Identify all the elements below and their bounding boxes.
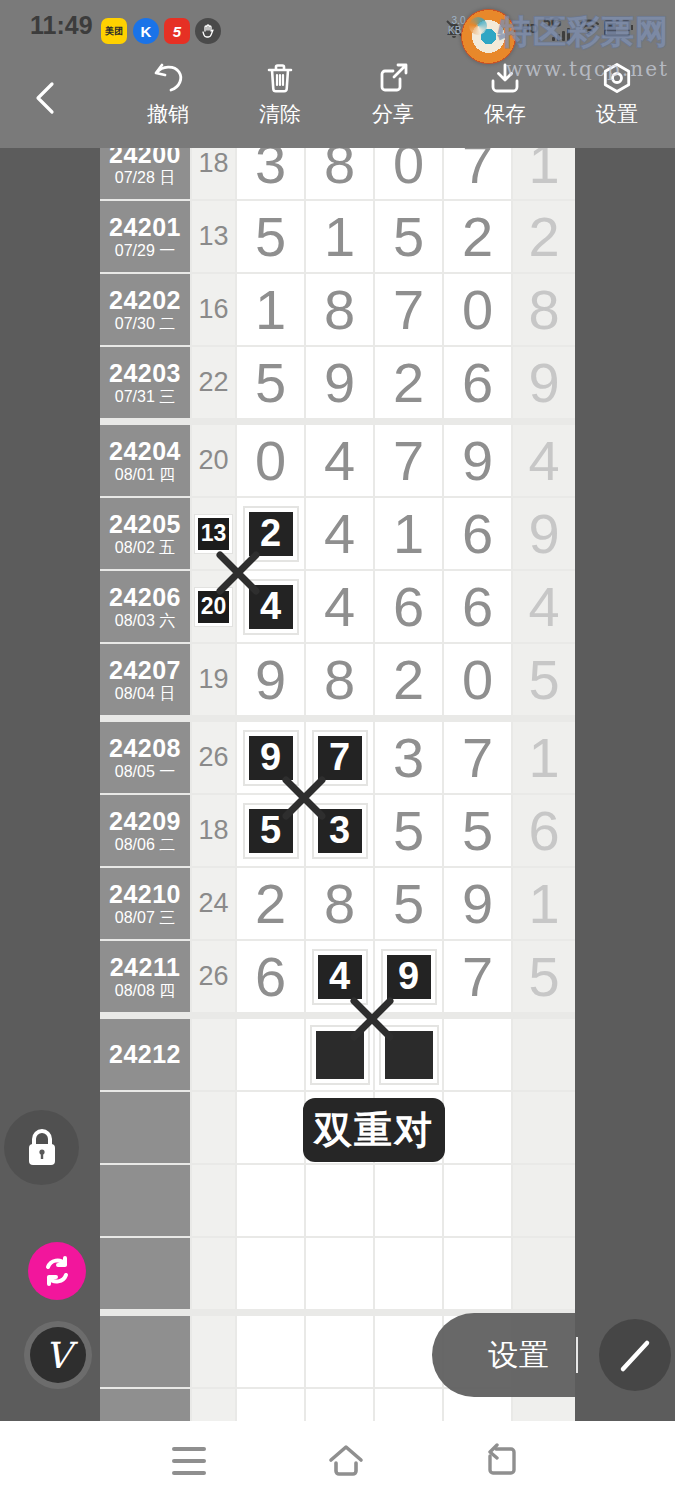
refresh-icon <box>40 1254 74 1288</box>
digit-cell <box>237 1238 304 1309</box>
recent-apps-button[interactable] <box>172 1443 212 1479</box>
chart-row-24205: 2420508/02 五1324169 <box>100 498 575 569</box>
back-nav-icon <box>484 1443 520 1479</box>
digit: 4 <box>324 428 355 493</box>
digit-cell: 9 <box>237 644 304 715</box>
chart-row-24207: 2420708/04 日1998205 <box>100 644 575 715</box>
sum-cell <box>192 1238 235 1309</box>
digit: 0 <box>255 428 286 493</box>
battery-icon <box>604 20 630 37</box>
digit-cell: 9 <box>444 868 511 939</box>
fifth-digit: 8 <box>528 277 559 342</box>
digit-cell: 5 <box>237 347 304 418</box>
fifth-digit-cell: 8 <box>513 274 575 345</box>
cross-annotation-49-squares <box>342 989 402 1049</box>
digit-cell: 0 <box>375 148 442 199</box>
digit-cell: 8 <box>306 644 373 715</box>
digit-cell: 7 <box>375 425 442 496</box>
digit-cell: 1 <box>237 274 304 345</box>
back-nav-button[interactable] <box>484 1443 524 1479</box>
digit: 5 <box>255 350 286 415</box>
draw-date: 08/01 四 <box>115 465 175 484</box>
home-button[interactable] <box>327 1443 367 1479</box>
period-number: 24212 <box>109 1041 181 1068</box>
digit-cell <box>444 1019 511 1090</box>
digit-cell <box>375 1165 442 1236</box>
digit-cell: 7 <box>444 722 511 793</box>
digit: 0 <box>393 148 424 196</box>
digit-cell: 9 <box>444 425 511 496</box>
period-number: 24204 <box>109 438 181 465</box>
sum-cell: 20 <box>192 425 235 496</box>
chart-row-24203: 2420307/31 三2259269 <box>100 347 575 418</box>
digit-cell: 2 <box>237 868 304 939</box>
fifth-digit-cell: 5 <box>513 941 575 1012</box>
fifth-digit-cell: 9 <box>513 347 575 418</box>
chart-row-24201: 2420107/29 一1351522 <box>100 201 575 272</box>
sum-cell <box>192 1092 235 1163</box>
digit: 8 <box>324 871 355 936</box>
share-icon <box>377 62 409 94</box>
clock: 11:49 <box>30 11 93 40</box>
sum-cell: 18 <box>192 148 235 199</box>
fifth-digit: 5 <box>528 647 559 712</box>
digit-cell: 8 <box>306 274 373 345</box>
row-label: 2420408/01 四 <box>100 425 190 496</box>
draw-date: 08/05 一 <box>115 762 175 781</box>
digit-cell <box>306 1238 373 1309</box>
chart-row-empty <box>100 1165 575 1236</box>
lottery-chart-canvas[interactable]: 2420007/28 日18380712420107/29 一135152224… <box>100 148 575 1421</box>
fifth-digit: 4 <box>528 428 559 493</box>
fifth-digit-cell <box>513 1092 575 1163</box>
digit-cell: 1 <box>375 498 442 569</box>
period-number: 24200 <box>109 148 181 168</box>
share-button[interactable]: 分享 <box>345 62 441 128</box>
digit-cell: 6 <box>444 571 511 642</box>
row-label: 24212 <box>100 1019 190 1090</box>
draw-date: 08/04 日 <box>115 684 175 703</box>
period-number: 24207 <box>109 657 181 684</box>
sum-cell <box>192 1165 235 1236</box>
chart-row-24200: 2420007/28 日1838071 <box>100 148 575 199</box>
period-number: 24206 <box>109 584 181 611</box>
k-app-icon: K <box>133 18 159 44</box>
chart-row-24211: 2421108/08 四2664975 <box>100 941 575 1012</box>
fifth-digit: 6 <box>528 798 559 863</box>
row-label <box>100 1238 190 1309</box>
digit: 4 <box>324 501 355 566</box>
fifth-digit: 1 <box>528 871 559 936</box>
digit-cell <box>237 1316 304 1387</box>
digit-cell: 2 <box>375 644 442 715</box>
digit-cell <box>237 1165 304 1236</box>
chart-row-24206: 2420608/03 六2044664 <box>100 571 575 642</box>
home-icon <box>327 1443 365 1479</box>
digit-cell: 5 <box>444 795 511 866</box>
digit-cell: 8 <box>306 148 373 199</box>
digit-cell: 0 <box>237 425 304 496</box>
row-label: 2421108/08 四 <box>100 941 190 1012</box>
row-label: 2420808/05 一 <box>100 722 190 793</box>
fifth-digit-cell: 9 <box>513 498 575 569</box>
fifth-digit-cell: 1 <box>513 148 575 199</box>
draw-date: 08/07 三 <box>115 908 175 927</box>
digit: 3 <box>255 148 286 196</box>
digit-cell: 6 <box>237 941 304 1012</box>
digit-cell: 1 <box>306 201 373 272</box>
fifth-digit-cell <box>513 1238 575 1309</box>
signal-strength-icon <box>552 28 570 41</box>
fifth-digit-cell: 6 <box>513 795 575 866</box>
chart-row-24210: 2421008/07 三2428591 <box>100 868 575 939</box>
digit-cell <box>375 1389 442 1421</box>
row-label: 2420708/04 日 <box>100 644 190 715</box>
draw-date: 07/28 日 <box>115 168 175 187</box>
undo-icon <box>152 62 184 94</box>
chart-row-24209: 2420908/06 二1853556 <box>100 795 575 866</box>
digit: 2 <box>393 350 424 415</box>
period-number: 24208 <box>109 735 181 762</box>
digit: 2 <box>393 647 424 712</box>
digit: 6 <box>462 574 493 639</box>
fifth-digit: 1 <box>528 725 559 790</box>
digit-cell: 2 <box>444 201 511 272</box>
clear-button[interactable]: 清除 <box>232 62 328 128</box>
sum-cell <box>192 1389 235 1421</box>
signature-pen-button[interactable]: V <box>24 1321 92 1389</box>
row-label: 2420908/06 二 <box>100 795 190 866</box>
digit: 0 <box>462 277 493 342</box>
row-label: 2420007/28 日 <box>100 148 190 199</box>
sum-cell: 24 <box>192 868 235 939</box>
chart-settings-pill: 设置 <box>432 1313 675 1397</box>
period-number: 24202 <box>109 287 181 314</box>
digit: 5 <box>255 204 286 269</box>
row-label: 2420107/29 一 <box>100 201 190 272</box>
digit-cell <box>306 1316 373 1387</box>
fifth-digit: 5 <box>528 944 559 1009</box>
wifi-icon <box>578 18 600 39</box>
digit: 6 <box>393 574 424 639</box>
digit-cell <box>375 1238 442 1309</box>
row-label <box>100 1316 190 1387</box>
row-label: 2420508/02 五 <box>100 498 190 569</box>
back-button[interactable] <box>28 80 64 116</box>
period-number: 24203 <box>109 360 181 387</box>
annotation-toolbar: 撤销 清除 分享 保存 设置 <box>0 46 675 148</box>
digit-cell: 6 <box>444 347 511 418</box>
digit-cell: 6 <box>444 498 511 569</box>
digit: 1 <box>393 501 424 566</box>
digit-cell: 3 <box>237 148 304 199</box>
draw-date: 07/29 一 <box>115 241 175 260</box>
download-icon <box>489 62 521 94</box>
digit-cell: 5 <box>375 201 442 272</box>
digit: 7 <box>462 148 493 196</box>
row-label <box>100 1389 190 1421</box>
fifth-digit-cell: 4 <box>513 571 575 642</box>
settings-icon <box>601 62 633 94</box>
digit: 8 <box>324 148 355 196</box>
save-button[interactable]: 保存 <box>457 62 553 128</box>
digit: 9 <box>255 647 286 712</box>
digit-cell: 7 <box>444 941 511 1012</box>
sum-cell: 26 <box>192 941 235 1012</box>
digit: 2 <box>462 204 493 269</box>
digit: 6 <box>462 350 493 415</box>
fifth-digit-cell: 4 <box>513 425 575 496</box>
fifth-digit: 4 <box>528 574 559 639</box>
digit-cell: 6 <box>375 571 442 642</box>
pill-divider <box>576 1337 578 1373</box>
fifth-digit: 9 <box>528 350 559 415</box>
digit-cell: 0 <box>444 274 511 345</box>
fifth-digit-cell <box>513 1019 575 1090</box>
sum-cell: 19 <box>192 644 235 715</box>
digit-cell: 4 <box>306 571 373 642</box>
fifth-digit: 9 <box>528 501 559 566</box>
digit: 1 <box>324 204 355 269</box>
digit: 8 <box>324 647 355 712</box>
row-label: 2421008/07 三 <box>100 868 190 939</box>
pair-annotation-label: 双重对 <box>303 1098 445 1162</box>
digit: 9 <box>462 871 493 936</box>
digit: 5 <box>462 798 493 863</box>
digit-cell: 3 <box>375 722 442 793</box>
digit: 4 <box>324 574 355 639</box>
digit: 9 <box>462 428 493 493</box>
digit: 7 <box>462 944 493 1009</box>
period-number: 24210 <box>109 881 181 908</box>
row-label <box>100 1092 190 1163</box>
period-number: 24201 <box>109 214 181 241</box>
row-label: 2420307/31 三 <box>100 347 190 418</box>
sum-cell <box>192 1019 235 1090</box>
digit: 5 <box>393 871 424 936</box>
cross-annotation-97-53 <box>274 768 334 828</box>
red-5-app-icon: 5 <box>164 18 190 44</box>
chart-row-24212: 24212 <box>100 1019 575 1090</box>
digit-cell <box>306 1389 373 1421</box>
draw-date: 07/30 二 <box>115 314 175 333</box>
digit-cell <box>237 1389 304 1421</box>
digit-cell: 7 <box>375 274 442 345</box>
digit-cell <box>444 1092 511 1163</box>
signature-v-icon: V <box>30 1327 86 1383</box>
draw-date: 08/03 六 <box>115 611 175 630</box>
row-label <box>100 1165 190 1236</box>
trash-icon <box>264 62 296 94</box>
fifth-digit-cell <box>513 1165 575 1236</box>
digit-cell: 0 <box>444 644 511 715</box>
refresh-button[interactable] <box>28 1242 86 1300</box>
sum-cell: 16 <box>192 274 235 345</box>
digit-cell: 5 <box>375 868 442 939</box>
chart-row-24204: 2420408/01 四2004794 <box>100 425 575 496</box>
fifth-digit-cell: 2 <box>513 201 575 272</box>
digit-cell: 5 <box>237 201 304 272</box>
fifth-digit: 1 <box>528 148 559 196</box>
fifth-digit-cell: 5 <box>513 644 575 715</box>
cross-annotation-sums <box>208 543 268 603</box>
digit: 9 <box>324 350 355 415</box>
fifth-digit-cell: 1 <box>513 868 575 939</box>
digit-cell <box>237 1019 304 1090</box>
draw-date: 08/02 五 <box>115 538 175 557</box>
settings-button[interactable]: 设置 <box>569 62 665 128</box>
lock-button[interactable] <box>4 1110 79 1185</box>
sum-cell: 26 <box>192 722 235 793</box>
digit-cell: 5 <box>375 795 442 866</box>
hand-record-icon <box>195 18 221 44</box>
digit: 7 <box>462 725 493 790</box>
digit: 7 <box>393 277 424 342</box>
lock-icon <box>24 1128 60 1168</box>
period-number: 24205 <box>109 511 181 538</box>
digit-cell <box>444 1165 511 1236</box>
row-label: 2420207/30 二 <box>100 274 190 345</box>
draw-date: 08/08 四 <box>115 981 175 1000</box>
chart-row-24202: 2420207/30 二1618708 <box>100 274 575 345</box>
sum-cell: 13 <box>192 201 235 272</box>
digit: 3 <box>393 725 424 790</box>
digit: 5 <box>393 798 424 863</box>
draw-line-button[interactable] <box>599 1319 671 1391</box>
sum-cell: 22 <box>192 347 235 418</box>
sum-cell <box>192 1316 235 1387</box>
fifth-digit: 2 <box>528 204 559 269</box>
draw-date: 07/31 三 <box>115 387 175 406</box>
digit-cell: 2 <box>375 347 442 418</box>
draw-date: 08/06 二 <box>115 835 175 854</box>
period-number: 24211 <box>110 954 181 981</box>
status-bar: 11:49 美团 K 5 3.0KB/s HD 5G <box>0 0 675 46</box>
digit: 8 <box>324 277 355 342</box>
digit: 1 <box>255 277 286 342</box>
digit: 6 <box>255 944 286 1009</box>
digit-cell <box>237 1092 304 1163</box>
digit-cell: 9 <box>306 347 373 418</box>
digit: 5 <box>393 204 424 269</box>
chart-rows: 2420007/28 日18380712420107/29 一135152224… <box>100 148 575 1421</box>
fifth-digit-cell: 1 <box>513 722 575 793</box>
diagonal-line-icon <box>607 1327 663 1383</box>
digit-cell: 4 <box>306 498 373 569</box>
sum-cell: 18 <box>192 795 235 866</box>
digit-cell: 7 <box>444 148 511 199</box>
digit: 0 <box>462 647 493 712</box>
chart-row-24208: 2420808/05 一2697371 <box>100 722 575 793</box>
digit: 6 <box>462 501 493 566</box>
digit-cell <box>306 1165 373 1236</box>
digit: 7 <box>393 428 424 493</box>
pill-settings-button[interactable]: 设置 <box>488 1335 550 1376</box>
period-number: 24209 <box>109 808 181 835</box>
row-label: 2420608/03 六 <box>100 571 190 642</box>
digit-cell: 4 <box>306 425 373 496</box>
chart-row-empty <box>100 1238 575 1309</box>
undo-button[interactable]: 撤销 <box>120 62 216 128</box>
header: 11:49 美团 K 5 3.0KB/s HD 5G 撤销 <box>0 0 675 148</box>
digit-cell: 8 <box>306 868 373 939</box>
android-nav-bar <box>0 1421 675 1500</box>
volte-hd-icon: HD <box>521 22 538 36</box>
digit-cell <box>444 1238 511 1309</box>
digit: 2 <box>255 871 286 936</box>
meituan-app-icon: 美团 <box>101 18 127 44</box>
